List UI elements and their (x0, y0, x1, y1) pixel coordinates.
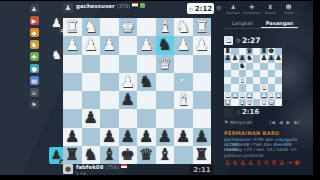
sidebar-tabs: LangkahPasangan (224, 19, 298, 29)
square-h7[interactable]: ♟ (63, 128, 82, 146)
supply-piece: ♛ (263, 158, 269, 168)
white-piece-b-c1: ♝ (239, 99, 245, 106)
square-e7[interactable]: ♟ (119, 128, 138, 146)
black-piece-q-d8[interactable]: ♛ (139, 146, 153, 164)
supply-pieces-row: ♟♞♟♟♝♛♜♟→♚ (224, 158, 300, 168)
bottom-clock-time: 2:11 (193, 166, 210, 174)
black-piece-p-f7: ♟ (261, 55, 267, 62)
square-h4 (275, 77, 282, 84)
square-f8[interactable]: ♝ (100, 146, 119, 164)
white-piece-p-g2[interactable]: ♟ (84, 36, 98, 54)
square-g1: ♚ (268, 99, 275, 106)
square-b1[interactable]: ♞ (174, 18, 193, 36)
bermain-icon: ♟ (231, 3, 236, 10)
rail-icon-8[interactable]: ⚑ (30, 100, 39, 109)
rail-icon-6[interactable]: ▤ (30, 76, 39, 85)
square-e6[interactable] (119, 109, 138, 127)
black-piece-r-a8[interactable]: ♜ (195, 146, 209, 164)
game-controls-row: ⚑ Menyerah |◀◀▶▶| (224, 119, 300, 125)
new-game-odds-line: menang +23 / seri -10 / kalah -57 (224, 147, 306, 152)
square-h3[interactable] (63, 55, 82, 73)
avatar-glyph: ● (65, 165, 71, 173)
square-e4 (253, 77, 260, 84)
square-c1[interactable]: ♝ (156, 18, 175, 36)
partner-bottom-player-strip: ♟ ◷2:16 (224, 106, 282, 118)
sidebar-nav-pemain[interactable]: ♜Pemain (261, 3, 280, 15)
white-piece-q-c3[interactable]: ♛ (158, 55, 172, 73)
square-d5[interactable] (137, 91, 156, 109)
black-piece-p-f7[interactable]: ♟ (102, 128, 116, 146)
white-piece-q-d1: ♛ (246, 99, 252, 106)
bank-piece-glyph: ♞ (51, 48, 62, 63)
mouse-cursor (179, 78, 188, 86)
square-f7: ♟ (260, 55, 267, 62)
square-f6 (260, 63, 267, 70)
sidebar-nav-teman[interactable]: ☻Teman (280, 3, 299, 15)
rail-icon-7[interactable]: ≡ (30, 88, 39, 97)
supply-piece: ♜ (271, 158, 277, 168)
white-bank-n[interactable]: ♞ (49, 47, 64, 64)
square-b5[interactable]: ♝ (174, 91, 193, 109)
square-g6[interactable]: ♟ (82, 109, 101, 127)
sidebar-nav-bermain[interactable]: ♟Bermain (224, 3, 243, 15)
black-piece-b-c8[interactable]: ♝ (158, 146, 172, 164)
square-c3[interactable]: ♛ (156, 55, 175, 73)
square-e2 (253, 92, 260, 99)
settings-gear-icon[interactable]: ⚙ (216, 4, 221, 11)
square-f2[interactable]: ♟ (100, 36, 119, 54)
square-d4[interactable]: ♞ (137, 73, 156, 91)
black-piece-k-e8[interactable]: ♚ (121, 146, 135, 164)
square-b7: ♟ (231, 55, 238, 62)
black-piece-p-g6[interactable]: ♟ (84, 109, 98, 127)
square-g8[interactable]: ♞ (82, 146, 101, 164)
move-nav-0[interactable]: |◀ (269, 119, 275, 125)
rail-icon-1[interactable]: ▶ (30, 16, 39, 25)
square-e1[interactable]: ♚ (119, 18, 138, 36)
pawn-icon: ♟ (225, 36, 231, 44)
square-b6[interactable] (174, 109, 193, 127)
white-piece-r-f1: ♜ (261, 99, 267, 106)
pemain-icon: ♜ (268, 3, 273, 10)
square-d5 (246, 70, 253, 77)
black-piece-p-h7[interactable]: ♟ (65, 128, 79, 146)
partner-top-avatar: ♟ (224, 36, 233, 45)
black-piece-n-g8[interactable]: ♞ (84, 146, 98, 164)
black-piece-p-b7[interactable]: ♟ (176, 128, 190, 146)
supply-target: ♚ (294, 158, 300, 168)
square-b4 (231, 77, 238, 84)
rail-icon-0[interactable]: ♟ (30, 4, 39, 13)
square-b5 (231, 70, 238, 77)
square-f5 (260, 70, 267, 77)
square-h8[interactable]: ♜ (63, 146, 82, 164)
square-b1 (231, 99, 238, 106)
white-piece-r-h1[interactable]: ♜ (65, 18, 79, 36)
black-piece-p-c7[interactable]: ♟ (158, 128, 172, 146)
square-a4 (224, 77, 231, 84)
black-piece-r-h8[interactable]: ♜ (65, 146, 79, 164)
square-e5 (253, 70, 260, 77)
white-piece-n-b1[interactable]: ♞ (176, 18, 190, 36)
square-b6 (231, 63, 238, 70)
top-player-clock: ◷ 2:12 (187, 3, 214, 14)
white-piece-p-a2[interactable]: ♟ (195, 36, 209, 54)
square-a4[interactable] (193, 73, 212, 91)
white-piece-b-c1[interactable]: ♝ (158, 18, 172, 36)
square-e3[interactable] (119, 55, 138, 73)
avatar-glyph: ♟ (65, 4, 71, 12)
bottom-player-clock: 2:11 (190, 165, 214, 175)
clock-icon: ◷ (189, 6, 193, 12)
square-e7 (253, 55, 260, 62)
square-f1[interactable] (100, 18, 119, 36)
white-piece-k-e1[interactable]: ♚ (121, 18, 135, 36)
white-piece-p-h2: ♟ (275, 92, 281, 99)
teman-icon: ☻ (286, 3, 292, 10)
white-piece-p-b2: ♟ (232, 92, 238, 99)
white-piece-p-d2[interactable]: ♟ (139, 36, 153, 54)
rail-icon-4[interactable]: ✚ (30, 52, 39, 61)
square-a3[interactable] (193, 55, 212, 73)
supply-piece: ♟ (247, 158, 253, 168)
square-h1 (275, 99, 282, 106)
rail-icon-3[interactable]: ♞ (30, 40, 39, 49)
black-piece-b-f8[interactable]: ♝ (102, 146, 116, 164)
square-f5[interactable] (100, 91, 119, 109)
square-e8[interactable]: ♚ (119, 146, 138, 164)
square-g7: ♟ (268, 55, 275, 62)
square-e4[interactable]: ♟ (119, 73, 138, 91)
bottom-player-avatar[interactable]: ● (63, 164, 73, 174)
supply-piece: ♝ (255, 158, 261, 168)
square-e5[interactable]: ♟ (119, 91, 138, 109)
partner-bottom-clock: ◷2:16 (236, 108, 259, 116)
square-c4: ♝ (239, 77, 246, 84)
square-g4 (268, 77, 275, 84)
sidebar-nav-icons: ♟Bermain✚Permainan♜Pemain☻Teman (224, 3, 298, 15)
white-piece-b-b5[interactable]: ♝ (176, 91, 190, 109)
square-d4 (246, 77, 253, 84)
square-d1: ♛ (246, 99, 253, 106)
square-d7: ♞ (246, 55, 253, 62)
square-e2[interactable] (119, 36, 138, 54)
clock-icon: ◷ (236, 37, 240, 43)
square-a5 (224, 70, 231, 77)
top-player-name[interactable]: gachessuser (76, 3, 115, 9)
square-a6[interactable] (193, 109, 212, 127)
top-player-badge: ✓ (140, 3, 145, 8)
square-a2[interactable]: ♟ (193, 36, 212, 54)
white-piece-r-a1: ♜ (225, 99, 231, 106)
square-f4[interactable] (100, 73, 119, 91)
sidebar-nav-permainan[interactable]: ✚Permainan (243, 3, 262, 15)
square-f6[interactable] (100, 109, 119, 127)
move-nav-1[interactable]: ◀ (279, 119, 283, 125)
black-piece-p-d7[interactable]: ♟ (139, 128, 153, 146)
square-e3 (253, 84, 260, 91)
square-h4[interactable] (63, 73, 82, 91)
black-piece-p-h7: ♟ (275, 55, 281, 62)
square-g4[interactable] (82, 73, 101, 91)
square-d6[interactable] (137, 109, 156, 127)
square-a1[interactable]: ♜ (193, 18, 212, 36)
square-h6[interactable] (63, 109, 82, 127)
square-a8[interactable]: ♜ (193, 146, 212, 164)
tab-langkah[interactable]: Langkah (224, 19, 261, 28)
top-player-row: ♟ gachessuser (379) ✓ (63, 3, 145, 13)
black-piece-n-c2[interactable]: ♞ (158, 36, 172, 54)
black-piece-p-g7: ♟ (268, 55, 274, 62)
bottom-player-flag-icon (121, 164, 127, 168)
black-piece-n-c6: ♞ (239, 63, 245, 70)
square-d6 (246, 63, 253, 70)
square-d8[interactable]: ♛ (137, 146, 156, 164)
square-b2: ♟ (231, 92, 238, 99)
square-h5 (275, 70, 282, 77)
black-piece-n-d7: ♞ (246, 55, 252, 62)
white-piece-r-a1[interactable]: ♜ (195, 18, 209, 36)
left-nav-rail: ♟▶◆♞✚●▤≡⚑ (27, 4, 41, 109)
permainan-icon: ✚ (249, 3, 254, 10)
move-nav-2[interactable]: ▶ (287, 119, 291, 125)
partner-bottom-avatar: ♟ (224, 108, 233, 117)
square-f3[interactable] (100, 55, 119, 73)
new-game-header: PERMAINAN BARU (224, 130, 279, 136)
screenshot-frame: ♟▶◆♞✚●▤≡⚑ ♟2♞ ♟2 ♟ gachessuser (379) ✓ ◷… (0, 0, 320, 180)
square-d2[interactable]: ♟ (137, 36, 156, 54)
square-c8[interactable]: ♝ (156, 146, 175, 164)
rail-icon-5[interactable]: ● (30, 64, 39, 73)
white-piece-n-g1[interactable]: ♞ (84, 18, 98, 36)
rail-icon-2[interactable]: ◆ (30, 28, 39, 37)
square-c2[interactable]: ♞ (156, 36, 175, 54)
main-chess-board: ♜♞♚♝♞♜♟♟♟♟♞♟♟♛♟♞♟♝♟♟♟♟♟♟♟♟♜♞♝♚♛♝♜ (63, 18, 211, 164)
supply-piece: ♟ (224, 158, 230, 168)
square-e1 (253, 99, 260, 106)
white-piece-p-b2[interactable]: ♟ (176, 36, 190, 54)
white-piece-p-f2[interactable]: ♟ (102, 36, 116, 54)
square-g7[interactable] (82, 128, 101, 146)
move-nav-3[interactable]: ▶| (294, 119, 300, 125)
supply-piece: ♟ (278, 158, 284, 168)
supply-piece: ♞ (232, 158, 238, 168)
black-piece-p-e5[interactable]: ♟ (121, 91, 135, 109)
square-a7: ♟ (224, 55, 231, 62)
top-player-rating: (379) (117, 3, 130, 9)
square-b4[interactable] (174, 73, 193, 91)
square-c6: ♞ (239, 63, 246, 70)
top-player-avatar[interactable]: ♟ (63, 3, 73, 13)
bottom-player-name[interactable]: fabfek08 (76, 164, 103, 170)
white-piece-b-c4: ♝ (239, 77, 245, 84)
bottom-player-row: ● fabfek08 (756) (63, 164, 127, 174)
square-b7[interactable]: ♟ (174, 128, 193, 146)
square-b2[interactable]: ♟ (174, 36, 193, 54)
top-clock-time: 2:12 (195, 5, 212, 13)
white-piece-p-h2[interactable]: ♟ (65, 36, 79, 54)
square-c7[interactable]: ♟ (156, 128, 175, 146)
square-g5 (268, 70, 275, 77)
square-h2[interactable]: ♟ (63, 36, 82, 54)
square-e8 (253, 48, 260, 55)
square-a7[interactable]: ♟ (193, 128, 212, 146)
square-c4[interactable] (156, 73, 175, 91)
black-piece-p-b7: ♟ (232, 55, 238, 62)
square-h7: ♟ (275, 55, 282, 62)
tab-pasangan[interactable]: Pasangan (261, 19, 298, 28)
square-c1: ♝ (239, 99, 246, 106)
square-a6 (224, 63, 231, 70)
square-g2[interactable]: ♟ (82, 36, 101, 54)
black-piece-p-a7[interactable]: ♟ (195, 128, 209, 146)
partner-top-clock: ◷2:27 (236, 36, 261, 45)
pawn-icon: ♟ (225, 108, 231, 116)
square-h6 (275, 63, 282, 70)
clock-icon: ◷ (236, 109, 240, 115)
square-g3[interactable] (82, 55, 101, 73)
black-piece-p-e7[interactable]: ♟ (121, 128, 135, 146)
square-h1[interactable]: ♜ (63, 18, 82, 36)
black-piece-p-a7: ♟ (225, 55, 231, 62)
square-f1: ♜ (260, 99, 267, 106)
square-g1[interactable]: ♞ (82, 18, 101, 36)
top-player-flag-icon (132, 3, 138, 7)
square-g5[interactable] (82, 91, 101, 109)
black-bank-p[interactable]: ♟2 (49, 147, 64, 164)
partner-top-player-strip: ♟ ◷2:27 (224, 34, 282, 46)
square-a1: ♜ (224, 99, 231, 106)
square-b3[interactable] (174, 55, 193, 73)
square-a5[interactable] (193, 91, 212, 109)
black-piece-n-d4[interactable]: ♞ (139, 73, 153, 91)
square-f7[interactable]: ♟ (100, 128, 119, 146)
bottom-player-subtext: 1 +6 (76, 171, 86, 175)
flag-icon: ⚑ (224, 119, 228, 125)
square-d1[interactable] (137, 18, 156, 36)
square-e6 (253, 63, 260, 70)
chess-app: ♟▶◆♞✚●▤≡⚑ ♟2♞ ♟2 ♟ gachessuser (379) ✓ ◷… (0, 1, 313, 175)
bottom-player-rating: (756) (105, 164, 118, 170)
square-c5[interactable] (156, 91, 175, 109)
white-bank-p[interactable]: ♟2 (49, 15, 64, 32)
white-piece-k-g1: ♚ (268, 99, 274, 106)
supply-piece: ♟ (240, 158, 246, 168)
square-h2: ♟ (275, 92, 282, 99)
square-g6 (268, 63, 275, 70)
resign-button[interactable]: ⚑ Menyerah (224, 119, 252, 125)
square-h5[interactable] (63, 91, 82, 109)
square-d7[interactable]: ♟ (137, 128, 156, 146)
square-b8[interactable] (174, 146, 193, 164)
move-nav-buttons: |◀◀▶▶| (269, 119, 300, 125)
white-piece-p-e4[interactable]: ♟ (121, 73, 135, 91)
supply-arrow: → (286, 158, 292, 168)
partner-board-thumbnail: ♜♛♜♚♟♟♟♞♟♟♟♞♝♞♟♟♟♟♟♟♟♜♝♛♜♚ (224, 48, 282, 106)
square-d3[interactable] (137, 55, 156, 73)
square-c6[interactable] (156, 109, 175, 127)
